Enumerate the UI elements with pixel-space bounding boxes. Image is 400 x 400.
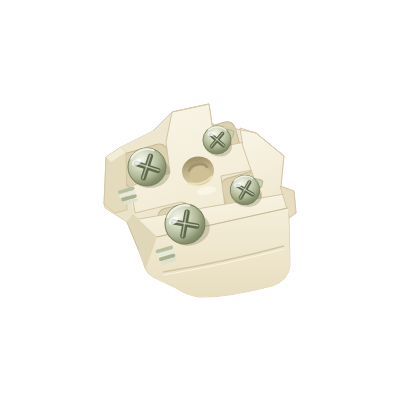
- product-photo: [0, 0, 400, 400]
- terminal-block-illustration: [0, 0, 400, 400]
